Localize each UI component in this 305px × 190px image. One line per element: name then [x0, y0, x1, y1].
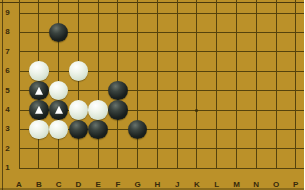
- column-label-N: N: [253, 181, 259, 189]
- column-label-E: E: [95, 181, 100, 189]
- grid-line-row-2: [19, 148, 305, 149]
- stone-white-E4[interactable]: [88, 100, 108, 120]
- grid-line-row-6: [19, 71, 305, 72]
- board-left-edge: [2, 0, 3, 190]
- stone-black-C8[interactable]: [49, 23, 69, 43]
- stone-black-G3[interactable]: [128, 120, 148, 140]
- row-label-6: 6: [5, 67, 9, 75]
- column-label-O: O: [273, 181, 279, 189]
- column-label-F: F: [115, 181, 120, 189]
- grid-line-col-K: [196, 0, 197, 169]
- column-label-H: H: [154, 181, 160, 189]
- row-label-2: 2: [5, 145, 9, 153]
- grid-line-col-N: [256, 0, 257, 169]
- grid-line-row-7: [19, 51, 305, 52]
- stone-white-B6[interactable]: [29, 61, 49, 81]
- column-label-K: K: [194, 181, 200, 189]
- grid-line-col-L: [216, 0, 217, 169]
- grid-line-col-M: [236, 0, 237, 169]
- triangle-marker: [55, 106, 63, 114]
- row-label-5: 5: [5, 87, 9, 95]
- triangle-marker: [35, 106, 43, 114]
- column-label-M: M: [233, 181, 240, 189]
- grid-line-col-O: [276, 0, 277, 169]
- stone-black-B4[interactable]: [29, 100, 49, 120]
- column-label-C: C: [56, 181, 62, 189]
- row-label-8: 8: [5, 28, 9, 36]
- column-label-L: L: [214, 181, 219, 189]
- column-label-D: D: [75, 181, 81, 189]
- grid-line-col-P: [295, 0, 296, 169]
- grid-line-col-E: [98, 0, 99, 169]
- stone-white-C5[interactable]: [49, 81, 69, 101]
- row-label-1: 1: [5, 164, 9, 172]
- column-label-B: B: [36, 181, 42, 189]
- grid-line-col-H: [157, 0, 158, 169]
- stone-white-C3[interactable]: [49, 120, 69, 140]
- stone-black-F4[interactable]: [108, 100, 128, 120]
- column-label-G: G: [134, 181, 140, 189]
- column-label-J: J: [175, 181, 179, 189]
- row-label-9: 9: [5, 9, 9, 17]
- column-label-A: A: [16, 181, 22, 189]
- grid-line-col-D: [78, 0, 79, 169]
- grid-line-col-J: [177, 0, 178, 169]
- row-label-3: 3: [5, 125, 9, 133]
- stone-black-D3[interactable]: [69, 120, 89, 140]
- stone-white-D6[interactable]: [69, 61, 89, 81]
- stone-black-C4[interactable]: [49, 100, 69, 120]
- grid-line-col-A: [19, 0, 20, 169]
- stone-black-B5[interactable]: [29, 81, 49, 101]
- grid-line-col-G: [137, 0, 138, 169]
- triangle-marker: [35, 86, 43, 94]
- grid-line-row-1: [19, 168, 305, 169]
- board-top-edge: [0, 2, 304, 3]
- row-label-7: 7: [5, 48, 9, 56]
- row-label-4: 4: [5, 106, 9, 114]
- grid-line-row-9: [19, 13, 305, 14]
- stone-black-E3[interactable]: [88, 120, 108, 140]
- stone-black-F5[interactable]: [108, 81, 128, 101]
- column-label-P: P: [293, 181, 298, 189]
- go-board[interactable]: ABCDEFGHJKLMNOP987654321: [0, 0, 304, 190]
- stone-white-D4[interactable]: [69, 100, 89, 120]
- stone-white-B3[interactable]: [29, 120, 49, 140]
